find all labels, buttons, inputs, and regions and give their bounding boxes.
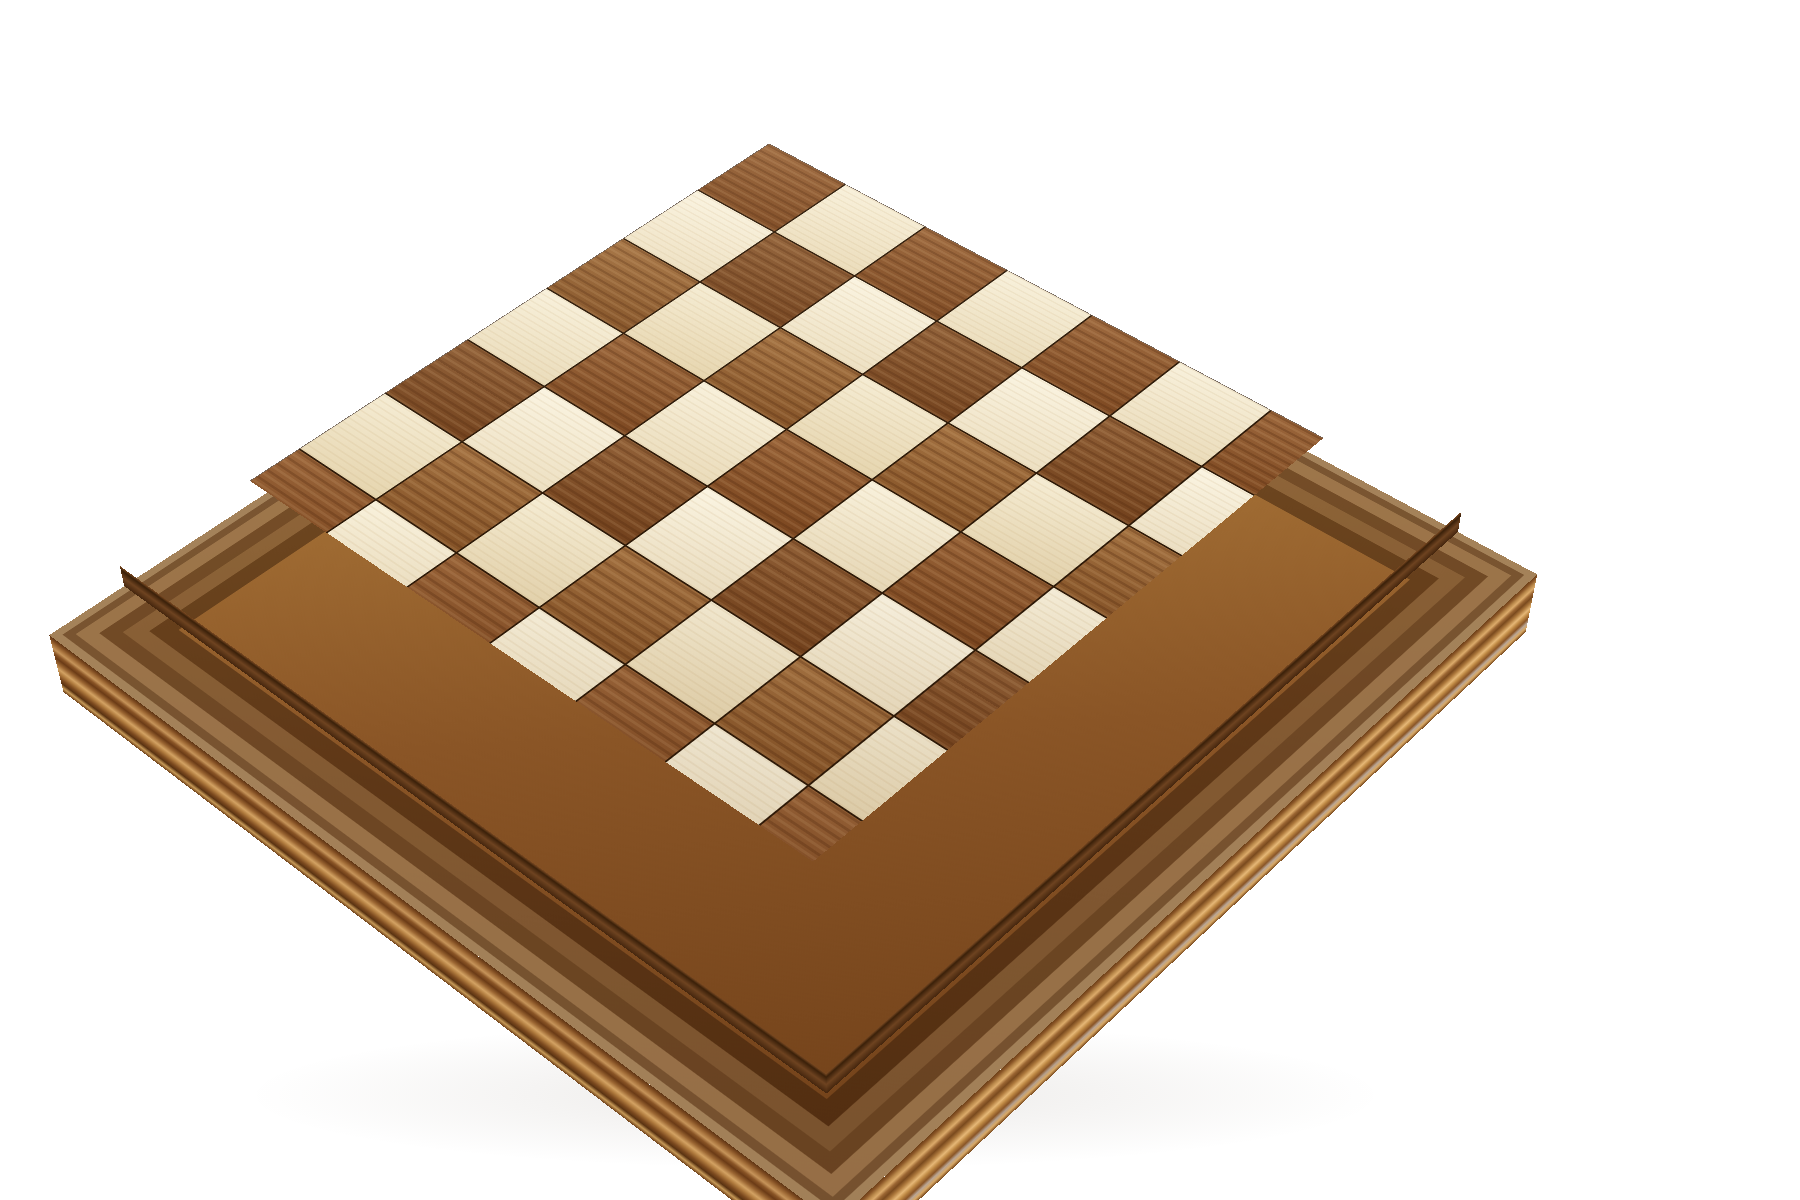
product-photo-scene [0,0,1800,1200]
board-grid [120,144,1462,1073]
camera-tilt [0,0,1800,1200]
